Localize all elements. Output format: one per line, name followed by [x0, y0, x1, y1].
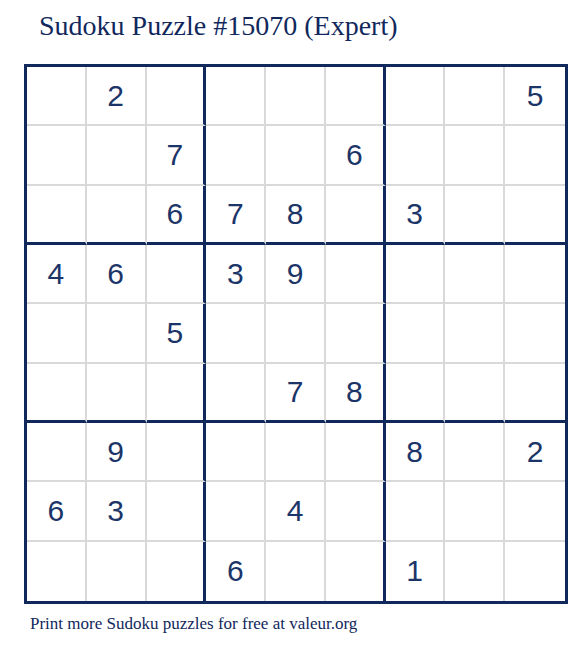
- cell-r1c9-given[interactable]: 5: [505, 67, 565, 126]
- cell-r6c9-empty[interactable]: [505, 364, 565, 423]
- cell-r2c7-empty[interactable]: [386, 126, 446, 185]
- cell-r7c5-empty[interactable]: [266, 423, 326, 482]
- cell-r9c3-empty[interactable]: [147, 542, 207, 601]
- cell-r9c1-empty[interactable]: [27, 542, 87, 601]
- cell-r6c1-empty[interactable]: [27, 364, 87, 423]
- cell-r8c3-empty[interactable]: [147, 482, 207, 541]
- cell-r8c7-empty[interactable]: [386, 482, 446, 541]
- cell-r5c3-given[interactable]: 5: [147, 304, 207, 363]
- cell-r5c9-empty[interactable]: [505, 304, 565, 363]
- cell-r4c4-given[interactable]: 3: [206, 245, 266, 304]
- cell-r7c1-empty[interactable]: [27, 423, 87, 482]
- cell-r8c5-given[interactable]: 4: [266, 482, 326, 541]
- cell-r7c7-given[interactable]: 8: [386, 423, 446, 482]
- cell-r2c9-empty[interactable]: [505, 126, 565, 185]
- cell-r5c5-empty[interactable]: [266, 304, 326, 363]
- cell-r4c7-empty[interactable]: [386, 245, 446, 304]
- cell-r7c4-empty[interactable]: [206, 423, 266, 482]
- cell-r6c7-empty[interactable]: [386, 364, 446, 423]
- cell-r2c6-given[interactable]: 6: [326, 126, 386, 185]
- cell-r7c6-empty[interactable]: [326, 423, 386, 482]
- cell-r2c1-empty[interactable]: [27, 126, 87, 185]
- cell-r1c5-empty[interactable]: [266, 67, 326, 126]
- cell-r8c1-given[interactable]: 6: [27, 482, 87, 541]
- cell-r1c8-empty[interactable]: [445, 67, 505, 126]
- cell-r4c1-given[interactable]: 4: [27, 245, 87, 304]
- cell-r8c6-empty[interactable]: [326, 482, 386, 541]
- cell-r3c2-empty[interactable]: [87, 186, 147, 245]
- cell-r5c2-empty[interactable]: [87, 304, 147, 363]
- cell-r2c2-empty[interactable]: [87, 126, 147, 185]
- cell-r3c4-given[interactable]: 7: [206, 186, 266, 245]
- cell-r9c9-empty[interactable]: [505, 542, 565, 601]
- cell-r5c6-empty[interactable]: [326, 304, 386, 363]
- cell-r3c5-given[interactable]: 8: [266, 186, 326, 245]
- cell-r3c6-empty[interactable]: [326, 186, 386, 245]
- cell-r3c1-empty[interactable]: [27, 186, 87, 245]
- cell-r6c3-empty[interactable]: [147, 364, 207, 423]
- cell-r1c1-empty[interactable]: [27, 67, 87, 126]
- cell-r6c6-given[interactable]: 8: [326, 364, 386, 423]
- cell-r3c8-empty[interactable]: [445, 186, 505, 245]
- cell-r6c4-empty[interactable]: [206, 364, 266, 423]
- cell-r3c3-given[interactable]: 6: [147, 186, 207, 245]
- cell-r9c8-empty[interactable]: [445, 542, 505, 601]
- cell-r5c1-empty[interactable]: [27, 304, 87, 363]
- cell-r8c9-empty[interactable]: [505, 482, 565, 541]
- cell-r9c7-given[interactable]: 1: [386, 542, 446, 601]
- cell-r4c6-empty[interactable]: [326, 245, 386, 304]
- cell-r1c4-empty[interactable]: [206, 67, 266, 126]
- cell-r6c8-empty[interactable]: [445, 364, 505, 423]
- cell-r2c3-given[interactable]: 7: [147, 126, 207, 185]
- cell-r1c6-empty[interactable]: [326, 67, 386, 126]
- cell-r4c8-empty[interactable]: [445, 245, 505, 304]
- cell-r5c7-empty[interactable]: [386, 304, 446, 363]
- cell-r4c2-given[interactable]: 6: [87, 245, 147, 304]
- cell-r7c9-given[interactable]: 2: [505, 423, 565, 482]
- cell-r8c8-empty[interactable]: [445, 482, 505, 541]
- cell-r6c5-given[interactable]: 7: [266, 364, 326, 423]
- cell-r4c9-empty[interactable]: [505, 245, 565, 304]
- sudoku-grid: 25766783463957898263461: [24, 64, 568, 604]
- cell-r9c2-empty[interactable]: [87, 542, 147, 601]
- cell-r7c2-given[interactable]: 9: [87, 423, 147, 482]
- sudoku-page: Sudoku Puzzle #15070 (Expert) 2576678346…: [0, 0, 580, 651]
- cell-r4c5-given[interactable]: 9: [266, 245, 326, 304]
- footer-text: Print more Sudoku puzzles for free at va…: [30, 614, 357, 634]
- cell-r9c4-given[interactable]: 6: [206, 542, 266, 601]
- cell-r5c8-empty[interactable]: [445, 304, 505, 363]
- cell-r2c4-empty[interactable]: [206, 126, 266, 185]
- cell-r7c8-empty[interactable]: [445, 423, 505, 482]
- cell-r2c5-empty[interactable]: [266, 126, 326, 185]
- cell-r3c7-given[interactable]: 3: [386, 186, 446, 245]
- cell-r8c4-empty[interactable]: [206, 482, 266, 541]
- cell-r8c2-given[interactable]: 3: [87, 482, 147, 541]
- cell-r2c8-empty[interactable]: [445, 126, 505, 185]
- cell-r7c3-empty[interactable]: [147, 423, 207, 482]
- cell-r1c7-empty[interactable]: [386, 67, 446, 126]
- cell-r6c2-empty[interactable]: [87, 364, 147, 423]
- cell-r4c3-empty[interactable]: [147, 245, 207, 304]
- cell-r1c3-empty[interactable]: [147, 67, 207, 126]
- page-title: Sudoku Puzzle #15070 (Expert): [39, 10, 398, 42]
- cell-r3c9-empty[interactable]: [505, 186, 565, 245]
- cell-r5c4-empty[interactable]: [206, 304, 266, 363]
- cell-r1c2-given[interactable]: 2: [87, 67, 147, 126]
- cell-r9c5-empty[interactable]: [266, 542, 326, 601]
- cell-r9c6-empty[interactable]: [326, 542, 386, 601]
